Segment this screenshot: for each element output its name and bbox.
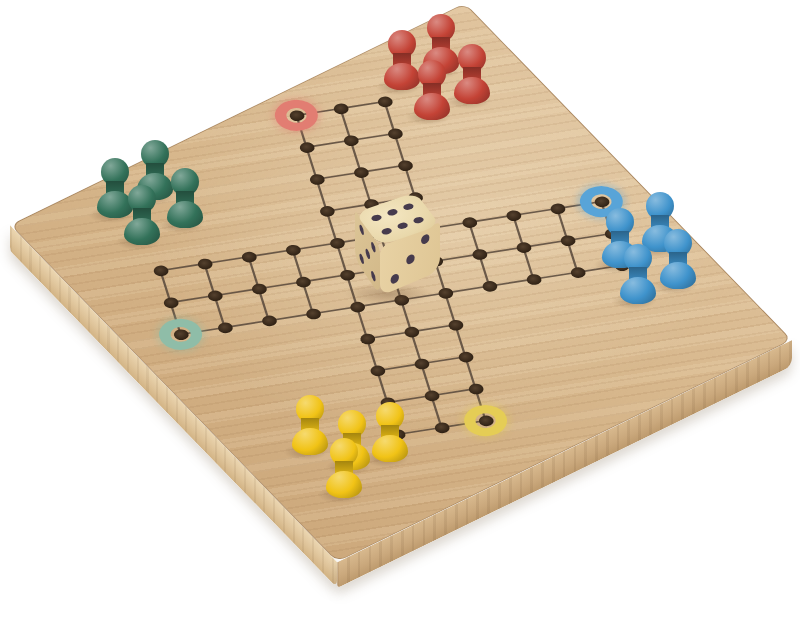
board-hole xyxy=(216,321,234,334)
board-hole xyxy=(332,102,350,115)
pawn-body xyxy=(292,428,328,455)
board-hole xyxy=(352,166,370,179)
board-hole xyxy=(206,289,224,302)
pawn-body xyxy=(414,93,450,120)
die-pip xyxy=(401,202,414,210)
board-hole xyxy=(525,273,543,286)
pawn-body xyxy=(167,201,203,228)
die-pip xyxy=(359,251,363,266)
die[interactable] xyxy=(338,183,450,307)
board-hole xyxy=(284,244,302,257)
board-hole xyxy=(433,421,451,434)
die-pip xyxy=(370,213,383,221)
board-hole xyxy=(250,282,268,295)
pawn-body xyxy=(620,277,656,304)
die-pip xyxy=(412,216,425,224)
pawn-blue-4[interactable] xyxy=(658,229,698,289)
die-pip xyxy=(381,227,394,235)
board-hole xyxy=(402,325,420,338)
die-pip xyxy=(386,208,399,216)
board-hole xyxy=(304,307,322,320)
board-hole xyxy=(240,250,258,263)
board-hole xyxy=(358,332,376,345)
die-pip xyxy=(396,222,409,230)
board-hole xyxy=(368,364,386,377)
board-hole xyxy=(412,357,430,370)
board-hole xyxy=(162,296,180,309)
die-pip xyxy=(406,253,414,265)
board-hole xyxy=(152,264,170,277)
board-hole xyxy=(423,389,441,402)
pawn-red-3[interactable] xyxy=(412,60,452,120)
board-hole xyxy=(260,314,278,327)
pawn-body xyxy=(326,471,362,498)
board-hole xyxy=(460,216,478,229)
scene xyxy=(0,0,800,620)
board-hole xyxy=(569,266,587,279)
die-pip xyxy=(391,273,399,285)
pawn-body xyxy=(124,218,160,245)
board-hole xyxy=(446,319,464,332)
board-hole xyxy=(376,95,394,108)
pawn-yellow-3[interactable] xyxy=(370,402,410,462)
pawn-body xyxy=(660,262,696,289)
board-hole xyxy=(504,209,522,222)
board-hole xyxy=(457,350,475,363)
pawn-red-4[interactable] xyxy=(452,44,492,104)
board-hole xyxy=(514,241,532,254)
board-hole xyxy=(196,257,214,270)
board-hole xyxy=(559,234,577,247)
board-hole xyxy=(470,248,488,261)
board-hole xyxy=(342,134,360,147)
board-hole xyxy=(467,382,485,395)
die-pip xyxy=(371,269,375,284)
board-hole xyxy=(298,141,316,154)
pawn-green-3[interactable] xyxy=(122,185,162,245)
pawn-yellow-4[interactable] xyxy=(324,438,364,498)
board-hole xyxy=(308,173,326,186)
board-hole xyxy=(396,159,414,172)
board-hole xyxy=(480,280,498,293)
pawn-body xyxy=(372,435,408,462)
board-hole xyxy=(386,127,404,140)
board-hole xyxy=(318,205,336,218)
die-pip xyxy=(365,246,369,261)
board-hole xyxy=(294,275,312,288)
pawn-body xyxy=(454,77,490,104)
die-pip xyxy=(371,240,375,255)
die-pip xyxy=(421,233,429,245)
pawn-green-4[interactable] xyxy=(165,168,205,228)
board-hole xyxy=(548,202,566,215)
pawn-blue-3[interactable] xyxy=(618,244,658,304)
